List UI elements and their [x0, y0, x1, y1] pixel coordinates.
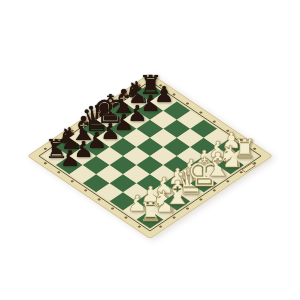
snap-dot-bottom-6: [239, 171, 243, 174]
snap-dot-left-3: [84, 189, 88, 192]
snap-dot-top-6: [124, 93, 128, 96]
snap-dot-left-0: [43, 162, 47, 165]
snap-dot-right-2: [185, 102, 189, 105]
snap-dot-bottom-5: [226, 180, 230, 183]
chess-board: ♜♞♝♛♚♝♞♜♟♟♟♟♟♟♟♟♟♟♟♟♟♟♟♟♜♞♝♛♚♝♞♜: [43, 83, 258, 228]
snap-dot-left-6: [124, 216, 128, 219]
snap-dot-bottom-1: [172, 216, 176, 219]
snap-dot-top-1: [57, 138, 61, 141]
snap-dot-right-7: [253, 147, 257, 150]
snap-dot-left-2: [70, 180, 74, 183]
chess-mat: ♜♞♝♛♚♝♞♜♟♟♟♟♟♟♟♟♟♟♟♟♟♟♟♟♜♞♝♛♚♝♞♜: [27, 73, 273, 239]
snap-dot-right-5: [226, 129, 230, 132]
snap-dot-right-6: [239, 138, 243, 141]
product-photo: ♜♞♝♛♚♝♞♜♟♟♟♟♟♟♟♟♟♟♟♟♟♟♟♟♜♞♝♛♚♝♞♜: [0, 0, 300, 300]
snap-dot-right-3: [199, 111, 203, 114]
snap-dot-top-4: [97, 111, 101, 114]
snap-dot-top-0: [43, 147, 47, 150]
snap-dot-bottom-3: [199, 198, 203, 201]
snap-dot-left-7: [137, 225, 141, 228]
snap-dot-right-1: [172, 93, 176, 96]
snap-dot-top-2: [70, 129, 74, 132]
snap-dot-right-4: [212, 120, 216, 123]
snap-dot-bottom-7: [253, 162, 257, 165]
snap-dot-left-4: [97, 198, 101, 201]
snap-dot-top-3: [84, 120, 88, 123]
snap-dot-left-1: [57, 171, 61, 174]
snap-dot-bottom-2: [185, 207, 189, 210]
snap-dot-right-0: [158, 84, 162, 87]
snap-dot-bottom-0: [158, 225, 162, 228]
snap-dot-top-5: [110, 102, 114, 105]
snap-dot-top-7: [137, 84, 141, 87]
snap-dot-left-5: [110, 207, 114, 210]
snap-dot-bottom-4: [212, 189, 216, 192]
